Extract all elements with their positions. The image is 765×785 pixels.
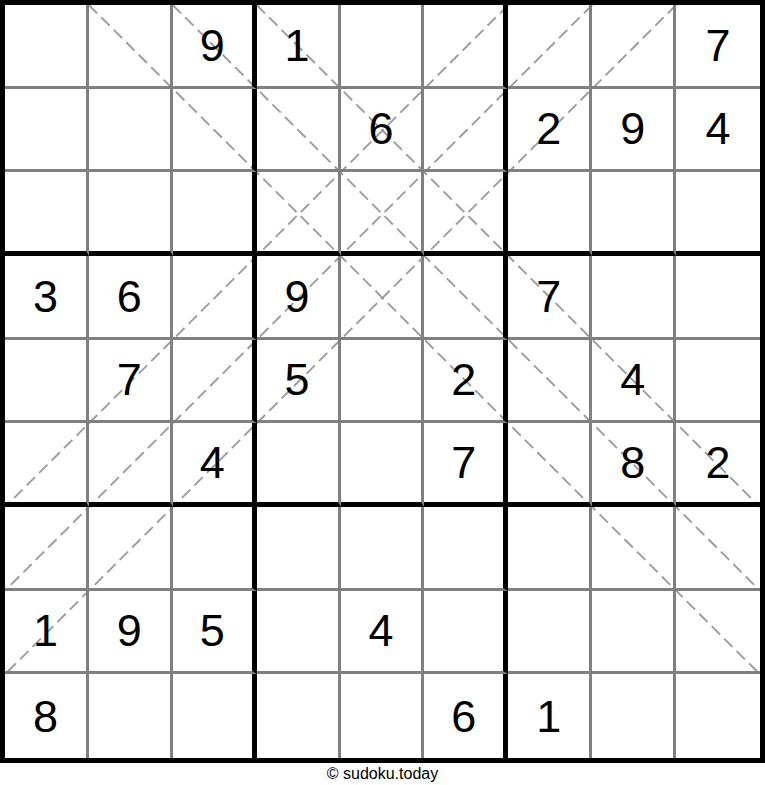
cell-r4c1[interactable]: 3: [5, 256, 89, 340]
cell-r8c5[interactable]: 4: [341, 591, 425, 675]
cell-r6c4[interactable]: [257, 423, 341, 507]
cell-r3c2[interactable]: [89, 172, 173, 256]
sudoku-board: 91762943697752447821954861: [0, 0, 765, 763]
cell-r8c9[interactable]: [676, 591, 760, 675]
cell-r4c9[interactable]: [676, 256, 760, 340]
cell-r7c2[interactable]: [89, 507, 173, 591]
cell-r9c4[interactable]: [257, 674, 341, 758]
cell-r1c6[interactable]: [424, 5, 508, 89]
cell-r2c6[interactable]: [424, 89, 508, 173]
cell-r4c8[interactable]: [592, 256, 676, 340]
cell-r2c9[interactable]: 4: [676, 89, 760, 173]
cell-r5c7[interactable]: [508, 340, 592, 424]
cell-r9c5[interactable]: [341, 674, 425, 758]
cell-r8c3[interactable]: 5: [173, 591, 257, 675]
cell-r2c5[interactable]: 6: [341, 89, 425, 173]
cell-r8c2[interactable]: 9: [89, 591, 173, 675]
cell-r6c9[interactable]: 2: [676, 423, 760, 507]
copyright-footer: © sudoku.today: [0, 763, 765, 785]
cell-r6c5[interactable]: [341, 423, 425, 507]
cell-r5c9[interactable]: [676, 340, 760, 424]
cell-r6c2[interactable]: [89, 423, 173, 507]
cell-r2c7[interactable]: 2: [508, 89, 592, 173]
cell-r1c5[interactable]: [341, 5, 425, 89]
cell-r4c3[interactable]: [173, 256, 257, 340]
cell-r7c3[interactable]: [173, 507, 257, 591]
cell-r2c3[interactable]: [173, 89, 257, 173]
cell-r1c3[interactable]: 9: [173, 5, 257, 89]
cell-r8c8[interactable]: [592, 591, 676, 675]
cell-r1c2[interactable]: [89, 5, 173, 89]
cell-r7c8[interactable]: [592, 507, 676, 591]
cell-r3c4[interactable]: [257, 172, 341, 256]
cell-r4c2[interactable]: 6: [89, 256, 173, 340]
grid-cells: 91762943697752447821954861: [5, 5, 760, 758]
cell-r3c9[interactable]: [676, 172, 760, 256]
cell-r5c6[interactable]: 2: [424, 340, 508, 424]
cell-r8c4[interactable]: [257, 591, 341, 675]
cell-r5c8[interactable]: 4: [592, 340, 676, 424]
cell-r3c7[interactable]: [508, 172, 592, 256]
cell-r8c7[interactable]: [508, 591, 592, 675]
cell-r4c4[interactable]: 9: [257, 256, 341, 340]
copyright-text: © sudoku.today: [327, 765, 438, 783]
cell-r2c2[interactable]: [89, 89, 173, 173]
cell-r7c4[interactable]: [257, 507, 341, 591]
cell-r5c2[interactable]: 7: [89, 340, 173, 424]
cell-r6c7[interactable]: [508, 423, 592, 507]
cell-r3c1[interactable]: [5, 172, 89, 256]
cell-r9c1[interactable]: 8: [5, 674, 89, 758]
cell-r9c7[interactable]: 1: [508, 674, 592, 758]
cell-r4c5[interactable]: [341, 256, 425, 340]
cell-r5c3[interactable]: [173, 340, 257, 424]
cell-r2c8[interactable]: 9: [592, 89, 676, 173]
cell-r9c3[interactable]: [173, 674, 257, 758]
cell-r6c1[interactable]: [5, 423, 89, 507]
cell-r3c6[interactable]: [424, 172, 508, 256]
cell-r7c1[interactable]: [5, 507, 89, 591]
cell-r1c8[interactable]: [592, 5, 676, 89]
cell-r4c6[interactable]: [424, 256, 508, 340]
cell-r3c5[interactable]: [341, 172, 425, 256]
cell-r1c4[interactable]: 1: [257, 5, 341, 89]
cell-r6c8[interactable]: 8: [592, 423, 676, 507]
cell-r8c6[interactable]: [424, 591, 508, 675]
cell-r1c7[interactable]: [508, 5, 592, 89]
cell-r7c5[interactable]: [341, 507, 425, 591]
cell-r5c1[interactable]: [5, 340, 89, 424]
cell-r6c6[interactable]: 7: [424, 423, 508, 507]
cell-r7c9[interactable]: [676, 507, 760, 591]
cell-r3c8[interactable]: [592, 172, 676, 256]
cell-r5c5[interactable]: [341, 340, 425, 424]
cell-r7c6[interactable]: [424, 507, 508, 591]
cell-r6c3[interactable]: 4: [173, 423, 257, 507]
cell-r8c1[interactable]: 1: [5, 591, 89, 675]
cell-r3c3[interactable]: [173, 172, 257, 256]
cell-r4c7[interactable]: 7: [508, 256, 592, 340]
cell-r1c9[interactable]: 7: [676, 5, 760, 89]
cell-r9c6[interactable]: 6: [424, 674, 508, 758]
cell-r9c9[interactable]: [676, 674, 760, 758]
cell-r2c1[interactable]: [5, 89, 89, 173]
cell-r5c4[interactable]: 5: [257, 340, 341, 424]
cell-r9c8[interactable]: [592, 674, 676, 758]
cell-r1c1[interactable]: [5, 5, 89, 89]
cell-r2c4[interactable]: [257, 89, 341, 173]
cell-r9c2[interactable]: [89, 674, 173, 758]
cell-r7c7[interactable]: [508, 507, 592, 591]
